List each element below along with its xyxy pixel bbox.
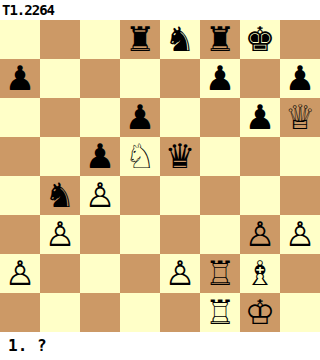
square-a1[interactable] bbox=[0, 293, 40, 332]
piece-white-pawn: ♙ bbox=[85, 176, 115, 215]
square-e5[interactable]: ♛ bbox=[160, 137, 200, 176]
piece-white-queen: ♕ bbox=[285, 98, 315, 137]
piece-black-pawn: ♟ bbox=[245, 98, 275, 137]
piece-black-king: ♚ bbox=[245, 20, 275, 59]
piece-black-knight: ♞ bbox=[165, 20, 195, 59]
piece-white-pawn: ♙ bbox=[165, 254, 195, 293]
chess-board: ♜♞♜♚♟♟♟♟♟♕♟♘♛♞♙♙♙♙♙♙♖♗♖♔ bbox=[0, 20, 320, 332]
square-d8[interactable]: ♜ bbox=[120, 20, 160, 59]
square-g2[interactable]: ♗ bbox=[240, 254, 280, 293]
piece-black-pawn: ♟ bbox=[125, 98, 155, 137]
square-f1[interactable]: ♖ bbox=[200, 293, 240, 332]
piece-white-rook: ♖ bbox=[205, 254, 235, 293]
square-e2[interactable]: ♙ bbox=[160, 254, 200, 293]
piece-white-knight: ♘ bbox=[125, 137, 155, 176]
square-g4[interactable] bbox=[240, 176, 280, 215]
piece-white-king: ♔ bbox=[245, 293, 275, 332]
square-h3[interactable]: ♙ bbox=[280, 215, 320, 254]
square-a6[interactable] bbox=[0, 98, 40, 137]
square-a2[interactable]: ♙ bbox=[0, 254, 40, 293]
square-a3[interactable] bbox=[0, 215, 40, 254]
square-a8[interactable] bbox=[0, 20, 40, 59]
piece-black-pawn: ♟ bbox=[285, 59, 315, 98]
square-c3[interactable] bbox=[80, 215, 120, 254]
square-h7[interactable]: ♟ bbox=[280, 59, 320, 98]
square-g3[interactable]: ♙ bbox=[240, 215, 280, 254]
square-f2[interactable]: ♖ bbox=[200, 254, 240, 293]
square-g8[interactable]: ♚ bbox=[240, 20, 280, 59]
square-g1[interactable]: ♔ bbox=[240, 293, 280, 332]
square-d2[interactable] bbox=[120, 254, 160, 293]
square-b6[interactable] bbox=[40, 98, 80, 137]
square-d7[interactable] bbox=[120, 59, 160, 98]
square-c1[interactable] bbox=[80, 293, 120, 332]
square-c2[interactable] bbox=[80, 254, 120, 293]
square-a5[interactable] bbox=[0, 137, 40, 176]
square-c4[interactable]: ♙ bbox=[80, 176, 120, 215]
piece-black-pawn: ♟ bbox=[85, 137, 115, 176]
piece-black-rook: ♜ bbox=[205, 20, 235, 59]
square-b4[interactable]: ♞ bbox=[40, 176, 80, 215]
square-d5[interactable]: ♘ bbox=[120, 137, 160, 176]
square-d6[interactable]: ♟ bbox=[120, 98, 160, 137]
square-b3[interactable]: ♙ bbox=[40, 215, 80, 254]
puzzle-title: T1.2264 bbox=[2, 3, 54, 17]
square-b2[interactable] bbox=[40, 254, 80, 293]
square-h1[interactable] bbox=[280, 293, 320, 332]
square-b7[interactable] bbox=[40, 59, 80, 98]
chess-puzzle-app: T1.2264 ♜♞♜♚♟♟♟♟♟♕♟♘♛♞♙♙♙♙♙♙♖♗♖♔ 1. ? bbox=[0, 0, 320, 360]
square-e4[interactable] bbox=[160, 176, 200, 215]
square-e1[interactable] bbox=[160, 293, 200, 332]
piece-black-pawn: ♟ bbox=[5, 59, 35, 98]
piece-black-rook: ♜ bbox=[125, 20, 155, 59]
piece-white-pawn: ♙ bbox=[5, 254, 35, 293]
piece-black-knight: ♞ bbox=[45, 176, 75, 215]
square-c6[interactable] bbox=[80, 98, 120, 137]
square-f8[interactable]: ♜ bbox=[200, 20, 240, 59]
square-d1[interactable] bbox=[120, 293, 160, 332]
square-c8[interactable] bbox=[80, 20, 120, 59]
square-d4[interactable] bbox=[120, 176, 160, 215]
square-e3[interactable] bbox=[160, 215, 200, 254]
title-bar: T1.2264 bbox=[0, 0, 320, 20]
piece-white-pawn: ♙ bbox=[245, 215, 275, 254]
square-f3[interactable] bbox=[200, 215, 240, 254]
square-c5[interactable]: ♟ bbox=[80, 137, 120, 176]
square-d3[interactable] bbox=[120, 215, 160, 254]
square-f5[interactable] bbox=[200, 137, 240, 176]
square-h8[interactable] bbox=[280, 20, 320, 59]
square-h6[interactable]: ♕ bbox=[280, 98, 320, 137]
move-bar: 1. ? bbox=[0, 332, 320, 360]
piece-white-pawn: ♙ bbox=[45, 215, 75, 254]
square-h5[interactable] bbox=[280, 137, 320, 176]
square-e7[interactable] bbox=[160, 59, 200, 98]
piece-white-pawn: ♙ bbox=[285, 215, 315, 254]
move-prompt: 1. ? bbox=[8, 338, 47, 354]
square-a4[interactable] bbox=[0, 176, 40, 215]
square-f4[interactable] bbox=[200, 176, 240, 215]
square-f6[interactable] bbox=[200, 98, 240, 137]
square-e6[interactable] bbox=[160, 98, 200, 137]
square-h4[interactable] bbox=[280, 176, 320, 215]
piece-black-pawn: ♟ bbox=[205, 59, 235, 98]
square-h2[interactable] bbox=[280, 254, 320, 293]
square-b1[interactable] bbox=[40, 293, 80, 332]
piece-white-bishop: ♗ bbox=[245, 254, 275, 293]
piece-white-rook: ♖ bbox=[205, 293, 235, 332]
square-g6[interactable]: ♟ bbox=[240, 98, 280, 137]
square-a7[interactable]: ♟ bbox=[0, 59, 40, 98]
square-b5[interactable] bbox=[40, 137, 80, 176]
square-b8[interactable] bbox=[40, 20, 80, 59]
square-c7[interactable] bbox=[80, 59, 120, 98]
square-g5[interactable] bbox=[240, 137, 280, 176]
piece-black-queen: ♛ bbox=[165, 137, 195, 176]
square-f7[interactable]: ♟ bbox=[200, 59, 240, 98]
square-g7[interactable] bbox=[240, 59, 280, 98]
square-e8[interactable]: ♞ bbox=[160, 20, 200, 59]
